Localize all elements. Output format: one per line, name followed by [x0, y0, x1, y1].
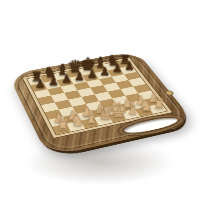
square-a1: ♜: [53, 124, 71, 135]
square-c5: [64, 90, 81, 99]
product-photo-scene: ♜♞♝♛♚♝♞♜♟♟♟♟♟♟♟♟♟♟♟♟♟♟♟♟♜♞♝♛♚♝♞♜: [0, 0, 200, 200]
square-b5: [51, 93, 68, 102]
square-e5: [90, 85, 107, 94]
piece-black-pawn: ♟: [30, 78, 50, 90]
board-field: ♜♞♝♛♚♝♞♜♟♟♟♟♟♟♟♟♟♟♟♟♟♟♟♟♜♞♝♛♚♝♞♜: [22, 57, 174, 139]
piece-white-rook: ♜: [52, 117, 73, 132]
board-grid: ♜♞♝♛♚♝♞♜♟♟♟♟♟♟♟♟♟♟♟♟♟♟♟♟♜♞♝♛♚♝♞♜: [27, 60, 166, 135]
square-h5: [128, 78, 145, 87]
